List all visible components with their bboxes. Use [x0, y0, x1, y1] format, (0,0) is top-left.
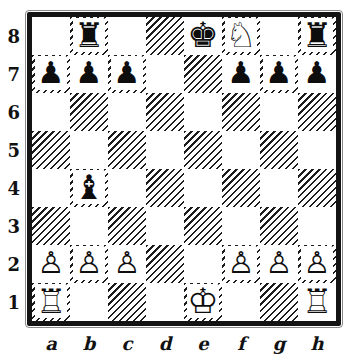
square-a8[interactable]: [32, 17, 70, 55]
rank-label-7: 7: [2, 55, 22, 93]
square-a6[interactable]: [32, 93, 70, 131]
square-e6[interactable]: [184, 93, 222, 131]
square-a7[interactable]: ♟: [32, 55, 70, 93]
square-h6[interactable]: [298, 93, 336, 131]
chess-diagram: 87654321 ♜♚♘♜♟♟♟♟♟♟♝♙♙♙♙♙♙♖♔♖ abcdefgh: [0, 0, 351, 363]
square-a4[interactable]: [32, 169, 70, 207]
square-d8[interactable]: [146, 17, 184, 55]
square-h5[interactable]: [298, 131, 336, 169]
square-a5[interactable]: [32, 131, 70, 169]
rank-label-1: 1: [2, 283, 22, 321]
rank-label-6: 6: [2, 93, 22, 131]
rank-label-2: 2: [2, 245, 22, 283]
file-label-c: c: [108, 330, 146, 356]
piece-black-king[interactable]: ♚: [187, 18, 219, 52]
square-f4[interactable]: [222, 169, 260, 207]
square-c1[interactable]: [108, 283, 146, 321]
square-h3[interactable]: [298, 207, 336, 245]
rank-label-4: 4: [2, 169, 22, 207]
rank-label-8: 8: [2, 17, 22, 55]
square-e4[interactable]: [184, 169, 222, 207]
square-d3[interactable]: [146, 207, 184, 245]
square-h1[interactable]: ♖: [298, 283, 336, 321]
square-b1[interactable]: [70, 283, 108, 321]
piece-white-pawn[interactable]: ♙: [73, 246, 105, 280]
piece-black-pawn[interactable]: ♟: [35, 56, 67, 90]
square-e5[interactable]: [184, 131, 222, 169]
square-f2[interactable]: ♙: [222, 245, 260, 283]
piece-black-rook[interactable]: ♜: [73, 18, 105, 52]
square-f3[interactable]: [222, 207, 260, 245]
file-label-e: e: [184, 330, 222, 356]
square-c8[interactable]: [108, 17, 146, 55]
piece-white-pawn[interactable]: ♙: [111, 246, 143, 280]
piece-black-bishop[interactable]: ♝: [73, 170, 105, 204]
square-d2[interactable]: [146, 245, 184, 283]
square-b3[interactable]: [70, 207, 108, 245]
file-label-f: f: [222, 330, 260, 356]
square-h2[interactable]: ♙: [298, 245, 336, 283]
square-c3[interactable]: [108, 207, 146, 245]
square-b8[interactable]: ♜: [70, 17, 108, 55]
square-c5[interactable]: [108, 131, 146, 169]
square-a1[interactable]: ♖: [32, 283, 70, 321]
square-f5[interactable]: [222, 131, 260, 169]
square-f8[interactable]: ♘: [222, 17, 260, 55]
square-f1[interactable]: [222, 283, 260, 321]
chess-board: ♜♚♘♜♟♟♟♟♟♟♝♙♙♙♙♙♙♖♔♖: [27, 12, 341, 326]
piece-white-pawn[interactable]: ♙: [301, 246, 333, 280]
square-g1[interactable]: [260, 283, 298, 321]
square-g7[interactable]: ♟: [260, 55, 298, 93]
piece-white-knight[interactable]: ♘: [225, 18, 257, 52]
square-g6[interactable]: [260, 93, 298, 131]
square-h8[interactable]: ♜: [298, 17, 336, 55]
square-f7[interactable]: ♟: [222, 55, 260, 93]
square-a2[interactable]: ♙: [32, 245, 70, 283]
piece-black-pawn[interactable]: ♟: [73, 56, 105, 90]
rank-labels: 87654321: [2, 17, 22, 321]
square-f6[interactable]: [222, 93, 260, 131]
piece-white-pawn[interactable]: ♙: [35, 246, 67, 280]
square-d6[interactable]: [146, 93, 184, 131]
square-b2[interactable]: ♙: [70, 245, 108, 283]
square-d1[interactable]: [146, 283, 184, 321]
square-a3[interactable]: [32, 207, 70, 245]
square-c2[interactable]: ♙: [108, 245, 146, 283]
square-c4[interactable]: [108, 169, 146, 207]
piece-black-pawn[interactable]: ♟: [225, 56, 257, 90]
rank-label-5: 5: [2, 131, 22, 169]
file-label-h: h: [298, 330, 336, 356]
square-b5[interactable]: [70, 131, 108, 169]
square-h4[interactable]: [298, 169, 336, 207]
square-b7[interactable]: ♟: [70, 55, 108, 93]
piece-white-pawn[interactable]: ♙: [263, 246, 295, 280]
file-label-b: b: [70, 330, 108, 356]
square-b6[interactable]: [70, 93, 108, 131]
file-label-d: d: [146, 330, 184, 356]
square-e1[interactable]: ♔: [184, 283, 222, 321]
piece-white-pawn[interactable]: ♙: [225, 246, 257, 280]
square-c7[interactable]: ♟: [108, 55, 146, 93]
piece-black-pawn[interactable]: ♟: [301, 56, 333, 90]
file-labels: abcdefgh: [32, 330, 336, 356]
square-c6[interactable]: [108, 93, 146, 131]
file-label-a: a: [32, 330, 70, 356]
square-b4[interactable]: ♝: [70, 169, 108, 207]
square-g4[interactable]: [260, 169, 298, 207]
square-e8[interactable]: ♚: [184, 17, 222, 55]
square-e3[interactable]: [184, 207, 222, 245]
square-e7[interactable]: [184, 55, 222, 93]
piece-white-king[interactable]: ♔: [187, 284, 219, 318]
square-g5[interactable]: [260, 131, 298, 169]
file-label-g: g: [260, 330, 298, 356]
piece-white-rook[interactable]: ♖: [35, 284, 67, 318]
square-g3[interactable]: [260, 207, 298, 245]
piece-white-rook[interactable]: ♖: [301, 284, 333, 318]
piece-black-pawn[interactable]: ♟: [111, 56, 143, 90]
square-h7[interactable]: ♟: [298, 55, 336, 93]
square-d4[interactable]: [146, 169, 184, 207]
square-e2[interactable]: [184, 245, 222, 283]
rank-label-3: 3: [2, 207, 22, 245]
square-d7[interactable]: [146, 55, 184, 93]
square-g2[interactable]: ♙: [260, 245, 298, 283]
square-g8[interactable]: [260, 17, 298, 55]
piece-black-rook[interactable]: ♜: [301, 18, 333, 52]
square-d5[interactable]: [146, 131, 184, 169]
piece-black-pawn[interactable]: ♟: [263, 56, 295, 90]
